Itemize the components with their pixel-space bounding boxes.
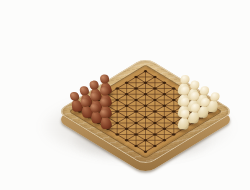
peg-head <box>180 86 190 95</box>
peg-head <box>100 86 110 95</box>
peg-body <box>100 116 113 129</box>
peg-head <box>190 92 200 101</box>
peg-head <box>100 109 110 118</box>
peg-body <box>177 116 190 129</box>
peg-head <box>200 86 210 95</box>
peg-head <box>100 75 110 84</box>
natural-peg[interactable] <box>177 109 191 130</box>
peg-head <box>190 103 200 112</box>
peg-head <box>100 98 110 107</box>
peg-head <box>180 109 190 118</box>
halma-board-photo <box>0 0 250 190</box>
peg-head <box>180 75 190 84</box>
peg-head <box>180 98 190 107</box>
